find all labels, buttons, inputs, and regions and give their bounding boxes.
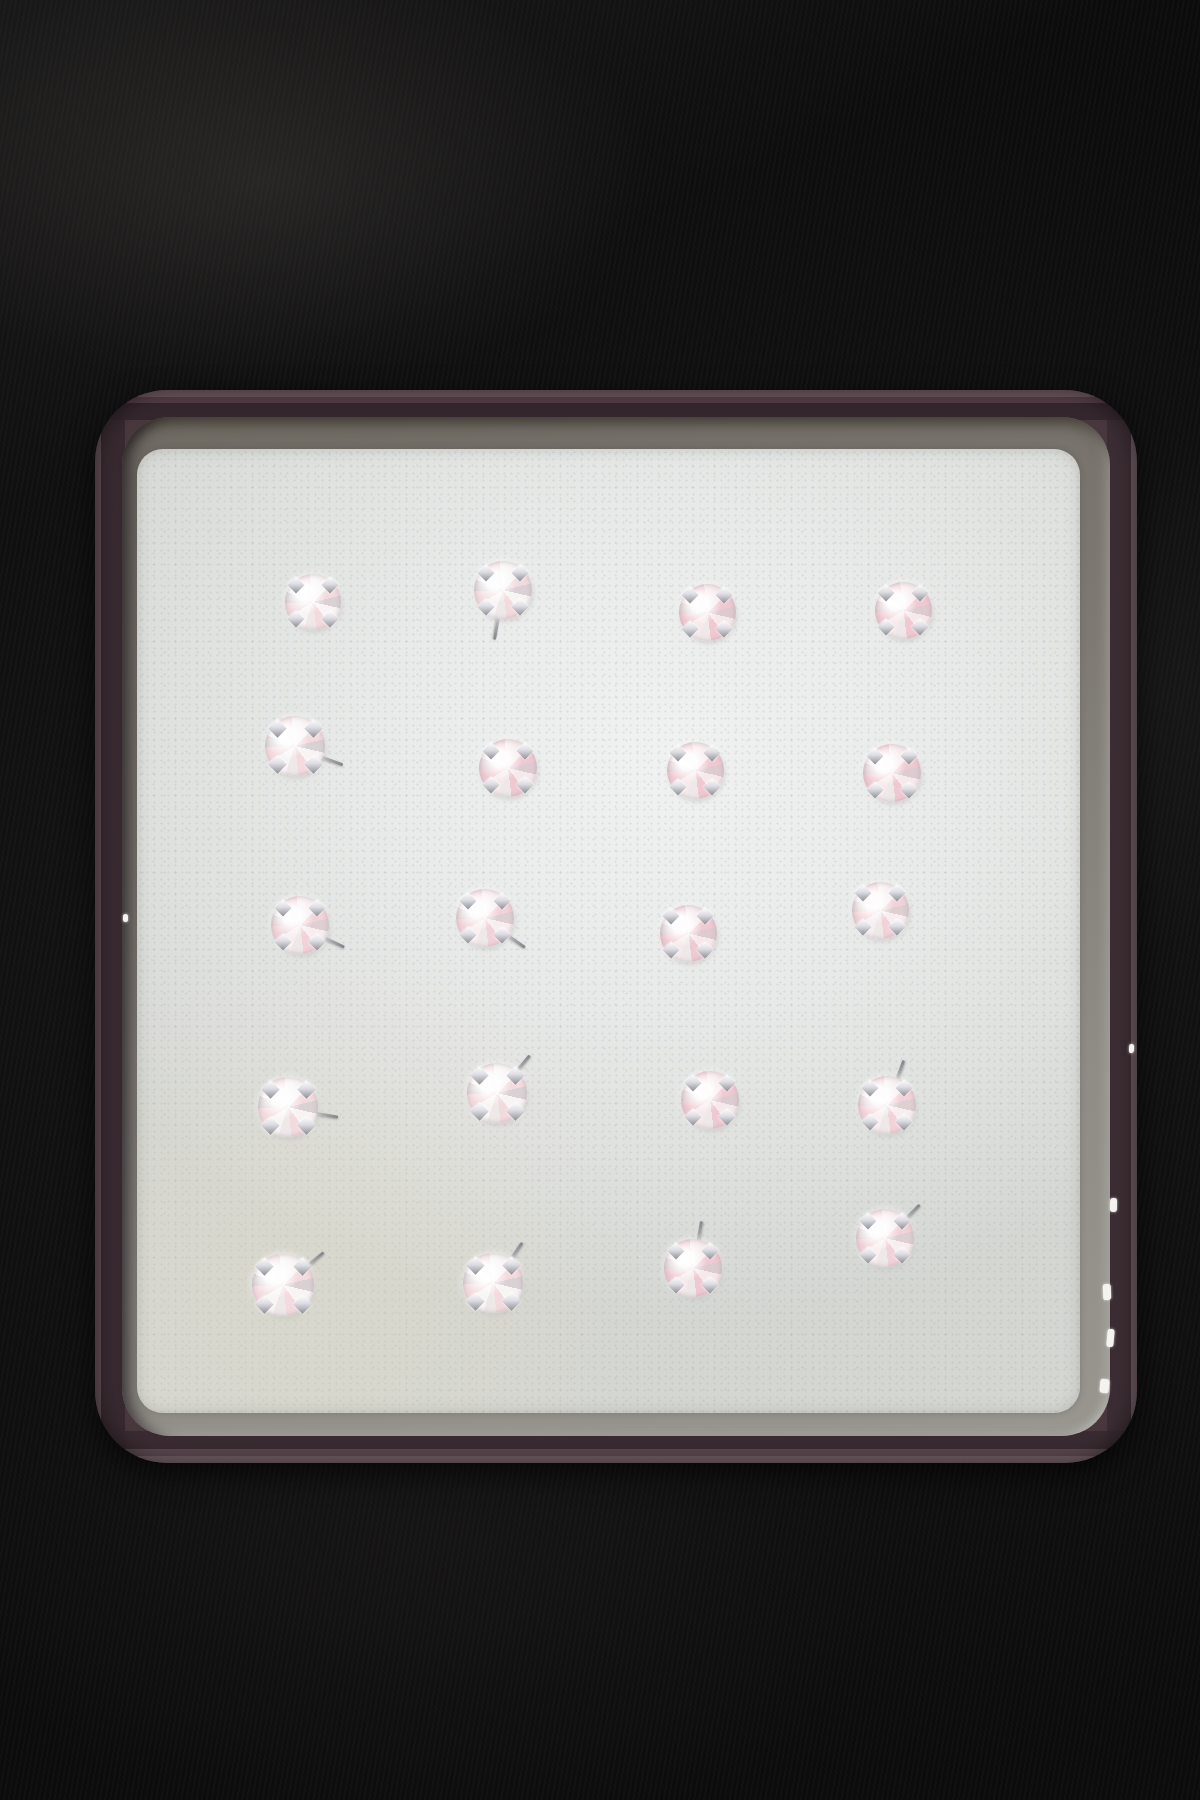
stud-layer xyxy=(0,0,1200,1800)
nose-stud-r5c4 xyxy=(856,1209,914,1267)
paint-chip-speck xyxy=(1103,1284,1112,1300)
nose-stud-r5c3 xyxy=(664,1239,722,1297)
nose-stud-r5c2 xyxy=(463,1253,523,1313)
paint-chip-speck xyxy=(1099,1379,1109,1394)
paint-chip-speck xyxy=(1128,1043,1133,1052)
nose-stud-r2c4 xyxy=(863,744,921,802)
nose-stud-r2c3 xyxy=(667,742,724,799)
paint-chip-speck xyxy=(1106,1329,1115,1348)
nose-stud-r5c1 xyxy=(252,1254,314,1316)
nose-stud-r2c2 xyxy=(479,739,537,797)
nose-stud-r3c4 xyxy=(852,882,909,939)
nose-stud-r4c1 xyxy=(258,1077,318,1137)
nose-stud-r2c1 xyxy=(265,716,325,776)
nose-stud-r1c1 xyxy=(285,574,341,630)
paint-chip-speck xyxy=(123,914,128,922)
nose-stud-r1c2 xyxy=(474,561,532,619)
nose-stud-r4c3 xyxy=(681,1071,739,1129)
nose-stud-r3c2 xyxy=(456,889,514,947)
nose-stud-r1c3 xyxy=(679,584,736,641)
nose-stud-r3c1 xyxy=(271,896,329,954)
nose-stud-r4c2 xyxy=(467,1063,527,1123)
nose-stud-r1c4 xyxy=(875,582,932,639)
nose-stud-r4c4 xyxy=(858,1076,916,1134)
nose-stud-r3c3 xyxy=(660,905,717,962)
paint-chip-speck xyxy=(1109,1198,1116,1212)
